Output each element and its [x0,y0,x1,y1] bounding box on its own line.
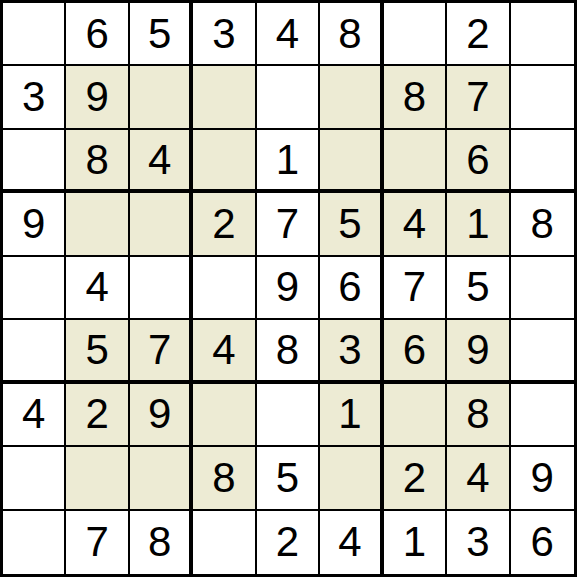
digit: 5 [338,203,361,245]
digit: 7 [276,203,299,245]
cell-r4c8[interactable]: 1 [447,193,510,256]
digit: 3 [212,13,235,55]
digit: 1 [338,393,361,435]
digit: 3 [338,329,361,371]
cell-r5c7[interactable]: 7 [384,257,447,320]
digit: 4 [338,521,361,563]
digit: 9 [276,266,299,308]
digit: 5 [148,13,171,55]
cell-r9c7[interactable]: 1 [384,511,447,574]
cell-r3c6[interactable] [320,130,383,193]
digit: 6 [338,266,361,308]
digit: 6 [531,521,554,563]
cell-r9c3[interactable]: 8 [130,511,193,574]
digit: 6 [466,139,489,181]
digit: 9 [22,203,45,245]
cell-r3c3[interactable]: 4 [130,130,193,193]
digit: 9 [148,393,171,435]
digit: 1 [466,203,489,245]
digit: 3 [466,521,489,563]
cell-r3c1[interactable] [3,130,66,193]
cell-r1c4[interactable]: 3 [193,3,256,66]
cell-r1c9[interactable] [511,3,574,66]
cell-r4c5[interactable]: 7 [257,193,320,256]
cell-r4c9[interactable]: 8 [511,193,574,256]
digit: 8 [276,329,299,371]
cell-r8c1[interactable] [3,447,66,510]
cell-r9c9[interactable]: 6 [511,511,574,574]
digit: 8 [338,13,361,55]
cell-r8c3[interactable] [130,447,193,510]
cell-r2c8[interactable]: 7 [447,66,510,129]
cell-r1c6[interactable]: 8 [320,3,383,66]
cell-r2c9[interactable] [511,66,574,129]
cell-r7c9[interactable] [511,384,574,447]
cell-r4c2[interactable] [66,193,129,256]
digit: 8 [212,457,235,499]
digit: 4 [212,329,235,371]
digit: 7 [85,521,108,563]
digit: 6 [85,13,108,55]
digit: 4 [148,139,171,181]
digit: 3 [22,76,45,118]
digit: 5 [276,457,299,499]
cell-r8c4[interactable]: 8 [193,447,256,510]
cell-r1c2[interactable]: 6 [66,3,129,66]
cell-r2c4[interactable] [193,66,256,129]
cell-r2c7[interactable]: 8 [384,66,447,129]
digit: 8 [403,76,426,118]
cell-r6c8[interactable]: 9 [447,320,510,383]
digit: 4 [22,393,45,435]
cell-r6c1[interactable] [3,320,66,383]
cell-r8c6[interactable] [320,447,383,510]
cell-r2c6[interactable] [320,66,383,129]
digit: 8 [85,139,108,181]
digit: 7 [466,76,489,118]
cell-r9c8[interactable]: 3 [447,511,510,574]
cell-r8c7[interactable]: 2 [384,447,447,510]
cell-r1c3[interactable]: 5 [130,3,193,66]
cell-r5c1[interactable] [3,257,66,320]
digit: 4 [403,203,426,245]
cell-r5c6[interactable]: 6 [320,257,383,320]
cell-r7c3[interactable]: 9 [130,384,193,447]
cell-r6c9[interactable] [511,320,574,383]
cell-r6c7[interactable]: 6 [384,320,447,383]
cell-r3c5[interactable]: 1 [257,130,320,193]
cell-r9c6[interactable]: 4 [320,511,383,574]
cell-r1c8[interactable]: 2 [447,3,510,66]
digit: 2 [276,521,299,563]
digit: 9 [531,457,554,499]
cell-r6c6[interactable]: 3 [320,320,383,383]
cell-r5c5[interactable]: 9 [257,257,320,320]
cell-r3c7[interactable] [384,130,447,193]
cell-r5c3[interactable] [130,257,193,320]
cell-r3c2[interactable]: 8 [66,130,129,193]
cell-r4c4[interactable]: 2 [193,193,256,256]
cell-r3c4[interactable] [193,130,256,193]
cell-r7c8[interactable]: 8 [447,384,510,447]
cell-r7c1[interactable]: 4 [3,384,66,447]
cell-r2c1[interactable]: 3 [3,66,66,129]
digit: 2 [85,393,108,435]
cell-r8c2[interactable] [66,447,129,510]
cell-r5c8[interactable]: 5 [447,257,510,320]
cell-r3c8[interactable]: 6 [447,130,510,193]
cell-r9c4[interactable] [193,511,256,574]
cell-r9c5[interactable]: 2 [257,511,320,574]
cell-r7c6[interactable]: 1 [320,384,383,447]
cell-r1c1[interactable] [3,3,66,66]
cell-r3c9[interactable] [511,130,574,193]
cell-r4c6[interactable]: 5 [320,193,383,256]
digit: 1 [403,521,426,563]
cell-r6c5[interactable]: 8 [257,320,320,383]
digit: 4 [85,266,108,308]
digit: 2 [466,13,489,55]
cell-r7c7[interactable] [384,384,447,447]
digit: 9 [466,329,489,371]
cell-r4c3[interactable] [130,193,193,256]
cell-r2c3[interactable] [130,66,193,129]
cell-r6c2[interactable]: 5 [66,320,129,383]
cell-r6c4[interactable]: 4 [193,320,256,383]
digit: 8 [148,521,171,563]
cell-r4c1[interactable]: 9 [3,193,66,256]
cell-r4c7[interactable]: 4 [384,193,447,256]
cell-r7c4[interactable] [193,384,256,447]
cell-r8c5[interactable]: 5 [257,447,320,510]
digit: 6 [403,329,426,371]
digit: 7 [403,266,426,308]
cell-r2c5[interactable] [257,66,320,129]
cell-r2c2[interactable]: 9 [66,66,129,129]
cell-r1c7[interactable] [384,3,447,66]
digit: 8 [531,203,554,245]
digit: 5 [466,266,489,308]
digit: 4 [276,13,299,55]
digit: 1 [276,139,299,181]
cell-r8c8[interactable]: 4 [447,447,510,510]
cell-r5c9[interactable] [511,257,574,320]
cell-r9c1[interactable] [3,511,66,574]
cell-r7c5[interactable] [257,384,320,447]
cell-r8c9[interactable]: 9 [511,447,574,510]
digit: 8 [466,393,489,435]
digit: 2 [403,457,426,499]
digit: 5 [85,329,108,371]
cell-r1c5[interactable]: 4 [257,3,320,66]
sudoku-board: 6534823987841692754184967557483694291885… [0,0,577,577]
cell-r5c2[interactable]: 4 [66,257,129,320]
cell-r7c2[interactable]: 2 [66,384,129,447]
digit: 4 [466,457,489,499]
cell-r6c3[interactable]: 7 [130,320,193,383]
digit: 2 [212,203,235,245]
digit: 9 [85,76,108,118]
digit: 7 [148,329,171,371]
cell-r5c4[interactable] [193,257,256,320]
cell-r9c2[interactable]: 7 [66,511,129,574]
